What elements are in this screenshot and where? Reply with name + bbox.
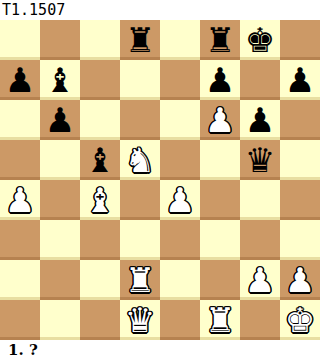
square-e2[interactable]	[160, 260, 200, 300]
square-f3[interactable]	[200, 220, 240, 260]
piece-black-king: ♚	[245, 20, 275, 60]
piece-white-pawn: ♟	[245, 260, 275, 300]
square-d8[interactable]: ♜	[120, 20, 160, 60]
puzzle-id: T1.1507	[0, 0, 320, 20]
piece-black-pawn: ♟	[245, 100, 275, 140]
square-c2[interactable]	[80, 260, 120, 300]
square-c4[interactable]: ♝	[80, 180, 120, 220]
piece-white-rook: ♜	[205, 300, 235, 340]
square-c6[interactable]	[80, 100, 120, 140]
square-f5[interactable]	[200, 140, 240, 180]
square-b7[interactable]: ♝	[40, 60, 80, 100]
piece-white-pawn: ♟	[165, 180, 195, 220]
square-a7[interactable]: ♟	[0, 60, 40, 100]
square-e5[interactable]	[160, 140, 200, 180]
piece-white-pawn: ♟	[285, 260, 315, 300]
piece-white-pawn: ♟	[205, 100, 235, 140]
piece-white-knight: ♞	[125, 140, 155, 180]
square-a8[interactable]	[0, 20, 40, 60]
square-b6[interactable]: ♟	[40, 100, 80, 140]
square-a3[interactable]	[0, 220, 40, 260]
square-g2[interactable]: ♟	[240, 260, 280, 300]
square-f1[interactable]: ♜	[200, 300, 240, 340]
square-h1[interactable]: ♚	[280, 300, 320, 340]
square-h3[interactable]	[280, 220, 320, 260]
piece-white-pawn: ♟	[5, 180, 35, 220]
square-b8[interactable]	[40, 20, 80, 60]
square-c5[interactable]: ♝	[80, 140, 120, 180]
square-b1[interactable]	[40, 300, 80, 340]
piece-black-pawn: ♟	[205, 60, 235, 100]
square-d2[interactable]: ♜	[120, 260, 160, 300]
square-e8[interactable]	[160, 20, 200, 60]
piece-black-pawn: ♟	[285, 60, 315, 100]
square-g3[interactable]	[240, 220, 280, 260]
square-e6[interactable]	[160, 100, 200, 140]
square-f2[interactable]	[200, 260, 240, 300]
piece-black-pawn: ♟	[45, 100, 75, 140]
square-e1[interactable]	[160, 300, 200, 340]
square-d7[interactable]	[120, 60, 160, 100]
square-c7[interactable]	[80, 60, 120, 100]
piece-white-queen: ♛	[125, 300, 155, 340]
piece-white-bishop: ♝	[85, 180, 115, 220]
square-h4[interactable]	[280, 180, 320, 220]
square-f8[interactable]: ♜	[200, 20, 240, 60]
square-h5[interactable]	[280, 140, 320, 180]
square-h6[interactable]	[280, 100, 320, 140]
square-d6[interactable]	[120, 100, 160, 140]
square-h7[interactable]: ♟	[280, 60, 320, 100]
piece-black-rook: ♜	[205, 20, 235, 60]
square-e3[interactable]	[160, 220, 200, 260]
square-f4[interactable]	[200, 180, 240, 220]
square-d5[interactable]: ♞	[120, 140, 160, 180]
square-g6[interactable]: ♟	[240, 100, 280, 140]
chess-puzzle-app: T1.1507 ♜♜♚♟♝♟♟♟♟♟♝♞♛♟♝♟♜♟♟♛♜♚ 1. ?	[0, 0, 320, 360]
square-a4[interactable]: ♟	[0, 180, 40, 220]
chess-board: ♜♜♚♟♝♟♟♟♟♟♝♞♛♟♝♟♜♟♟♛♜♚	[0, 20, 320, 340]
piece-black-rook: ♜	[125, 20, 155, 60]
piece-white-rook: ♜	[125, 260, 155, 300]
square-c8[interactable]	[80, 20, 120, 60]
square-b3[interactable]	[40, 220, 80, 260]
piece-black-bishop: ♝	[45, 60, 75, 100]
square-b4[interactable]	[40, 180, 80, 220]
square-e7[interactable]	[160, 60, 200, 100]
square-b2[interactable]	[40, 260, 80, 300]
square-d3[interactable]	[120, 220, 160, 260]
piece-white-king: ♚	[285, 300, 315, 340]
square-f6[interactable]: ♟	[200, 100, 240, 140]
square-h8[interactable]	[280, 20, 320, 60]
square-g5[interactable]: ♛	[240, 140, 280, 180]
square-e4[interactable]: ♟	[160, 180, 200, 220]
move-prompt: 1. ?	[0, 340, 320, 360]
square-c1[interactable]	[80, 300, 120, 340]
square-g1[interactable]	[240, 300, 280, 340]
piece-black-bishop: ♝	[85, 140, 115, 180]
square-f7[interactable]: ♟	[200, 60, 240, 100]
square-a5[interactable]	[0, 140, 40, 180]
square-c3[interactable]	[80, 220, 120, 260]
square-a2[interactable]	[0, 260, 40, 300]
square-d1[interactable]: ♛	[120, 300, 160, 340]
square-h2[interactable]: ♟	[280, 260, 320, 300]
square-g7[interactable]	[240, 60, 280, 100]
square-b5[interactable]	[40, 140, 80, 180]
square-g4[interactable]	[240, 180, 280, 220]
piece-black-pawn: ♟	[5, 60, 35, 100]
square-a6[interactable]	[0, 100, 40, 140]
square-g8[interactable]: ♚	[240, 20, 280, 60]
square-a1[interactable]	[0, 300, 40, 340]
square-d4[interactable]	[120, 180, 160, 220]
piece-black-queen: ♛	[245, 140, 275, 180]
